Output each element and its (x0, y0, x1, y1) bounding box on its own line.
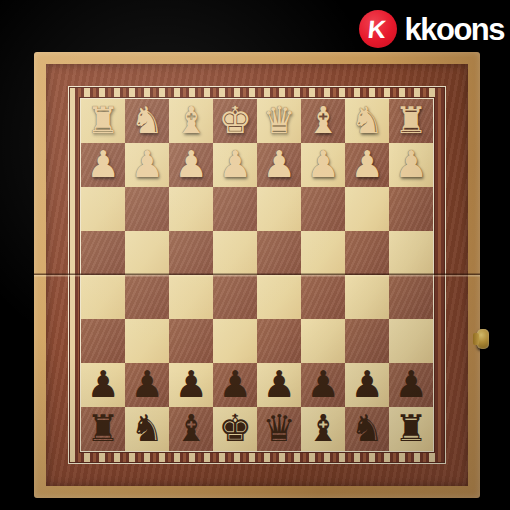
square-g7: ♟ (125, 363, 169, 407)
square-a4 (389, 231, 433, 275)
square-d3 (257, 187, 301, 231)
chess-set-box: ♜♞♝♚♛♝♞♜♟♟♟♟♟♟♟♟♟♟♟♟♟♟♟♟♜♞♝♚♛♝♞♜ (34, 52, 480, 498)
square-b3 (345, 187, 389, 231)
square-h7: ♟ (81, 363, 125, 407)
square-f3 (169, 187, 213, 231)
piece-black-pawn: ♟ (389, 363, 433, 407)
square-c3 (301, 187, 345, 231)
piece-white-rook: ♜ (81, 99, 125, 143)
square-d8: ♛ (257, 407, 301, 451)
square-f2: ♟ (169, 143, 213, 187)
piece-white-rook: ♜ (389, 99, 433, 143)
square-c5 (301, 275, 345, 319)
square-h2: ♟ (81, 143, 125, 187)
piece-white-pawn: ♟ (345, 143, 389, 187)
piece-white-knight: ♞ (125, 99, 169, 143)
square-c2: ♟ (301, 143, 345, 187)
piece-black-bishop: ♝ (169, 407, 213, 451)
piece-white-pawn: ♟ (125, 143, 169, 187)
square-g1: ♞ (125, 99, 169, 143)
piece-black-knight: ♞ (345, 407, 389, 451)
square-g6 (125, 319, 169, 363)
square-h3 (81, 187, 125, 231)
piece-black-pawn: ♟ (81, 363, 125, 407)
square-b1: ♞ (345, 99, 389, 143)
piece-black-queen: ♛ (257, 407, 301, 451)
square-e5 (213, 275, 257, 319)
mosaic-inlay-border: ♜♞♝♚♛♝♞♜♟♟♟♟♟♟♟♟♟♟♟♟♟♟♟♟♜♞♝♚♛♝♞♜ (68, 86, 446, 464)
square-f4 (169, 231, 213, 275)
square-b4 (345, 231, 389, 275)
square-a5 (389, 275, 433, 319)
piece-white-bishop: ♝ (169, 99, 213, 143)
square-c1: ♝ (301, 99, 345, 143)
piece-white-pawn: ♟ (257, 143, 301, 187)
piece-black-pawn: ♟ (169, 363, 213, 407)
square-d5 (257, 275, 301, 319)
square-d7: ♟ (257, 363, 301, 407)
mahogany-border: ♜♞♝♚♛♝♞♜♟♟♟♟♟♟♟♟♟♟♟♟♟♟♟♟♜♞♝♚♛♝♞♜ (46, 64, 468, 486)
piece-black-pawn: ♟ (257, 363, 301, 407)
square-f8: ♝ (169, 407, 213, 451)
square-e7: ♟ (213, 363, 257, 407)
piece-white-pawn: ♟ (169, 143, 213, 187)
square-b5 (345, 275, 389, 319)
brand-logo-icon: K (359, 10, 397, 48)
square-h1: ♜ (81, 99, 125, 143)
square-d2: ♟ (257, 143, 301, 187)
brand-logo-letter: K (367, 17, 388, 42)
square-g5 (125, 275, 169, 319)
square-c7: ♟ (301, 363, 345, 407)
piece-black-bishop: ♝ (301, 407, 345, 451)
square-e2: ♟ (213, 143, 257, 187)
piece-white-pawn: ♟ (213, 143, 257, 187)
square-g4 (125, 231, 169, 275)
square-b7: ♟ (345, 363, 389, 407)
square-g3 (125, 187, 169, 231)
square-h5 (81, 275, 125, 319)
piece-black-pawn: ♟ (213, 363, 257, 407)
square-f7: ♟ (169, 363, 213, 407)
piece-black-rook: ♜ (389, 407, 433, 451)
chess-board: ♜♞♝♚♛♝♞♜♟♟♟♟♟♟♟♟♟♟♟♟♟♟♟♟♜♞♝♚♛♝♞♜ (80, 98, 434, 452)
product-photo: ♜♞♝♚♛♝♞♜♟♟♟♟♟♟♟♟♟♟♟♟♟♟♟♟♜♞♝♚♛♝♞♜ K kkoon… (0, 0, 510, 510)
square-f5 (169, 275, 213, 319)
piece-white-knight: ♞ (345, 99, 389, 143)
piece-black-rook: ♜ (81, 407, 125, 451)
square-c6 (301, 319, 345, 363)
square-a1: ♜ (389, 99, 433, 143)
square-g2: ♟ (125, 143, 169, 187)
square-h6 (81, 319, 125, 363)
piece-black-pawn: ♟ (345, 363, 389, 407)
piece-black-king: ♚ (213, 407, 257, 451)
square-a2: ♟ (389, 143, 433, 187)
piece-black-knight: ♞ (125, 407, 169, 451)
piece-white-bishop: ♝ (301, 99, 345, 143)
brass-clasp-icon (477, 329, 489, 349)
piece-white-pawn: ♟ (301, 143, 345, 187)
brand-logo-text: kkoons (404, 14, 504, 45)
square-e4 (213, 231, 257, 275)
square-b2: ♟ (345, 143, 389, 187)
piece-white-pawn: ♟ (81, 143, 125, 187)
square-a7: ♟ (389, 363, 433, 407)
square-g8: ♞ (125, 407, 169, 451)
square-a3 (389, 187, 433, 231)
square-e1: ♚ (213, 99, 257, 143)
brand-logo: K kkoons (359, 10, 504, 48)
square-c8: ♝ (301, 407, 345, 451)
square-d4 (257, 231, 301, 275)
piece-white-pawn: ♟ (389, 143, 433, 187)
piece-black-pawn: ♟ (301, 363, 345, 407)
square-d1: ♛ (257, 99, 301, 143)
piece-black-pawn: ♟ (125, 363, 169, 407)
square-h4 (81, 231, 125, 275)
square-e3 (213, 187, 257, 231)
square-a6 (389, 319, 433, 363)
square-b6 (345, 319, 389, 363)
piece-white-king: ♚ (213, 99, 257, 143)
square-f6 (169, 319, 213, 363)
piece-white-queen: ♛ (257, 99, 301, 143)
square-f1: ♝ (169, 99, 213, 143)
square-e8: ♚ (213, 407, 257, 451)
wood-box-frame: ♜♞♝♚♛♝♞♜♟♟♟♟♟♟♟♟♟♟♟♟♟♟♟♟♜♞♝♚♛♝♞♜ (34, 52, 480, 498)
square-b8: ♞ (345, 407, 389, 451)
square-d6 (257, 319, 301, 363)
square-c4 (301, 231, 345, 275)
square-h8: ♜ (81, 407, 125, 451)
square-e6 (213, 319, 257, 363)
square-a8: ♜ (389, 407, 433, 451)
